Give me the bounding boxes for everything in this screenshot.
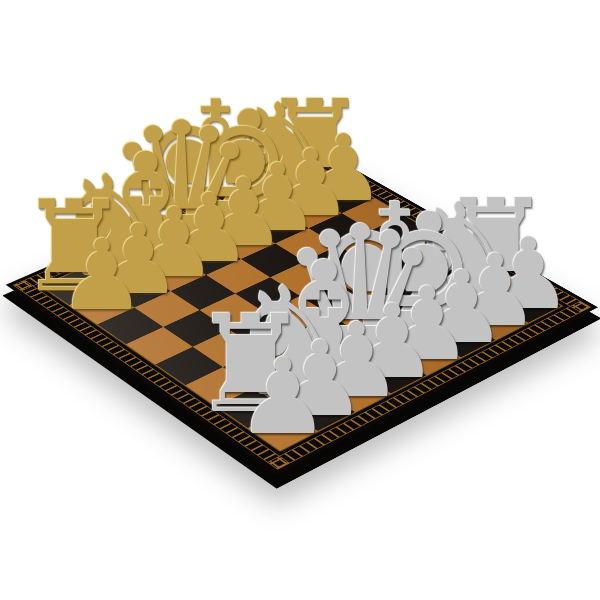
silver-pawn[interactable]: ♟: [236, 344, 330, 449]
board-square[interactable]: [126, 327, 193, 364]
gold-pawn[interactable]: ♟: [58, 227, 145, 324]
pieces-layer: ♜♞♝♛♚♝♞♜♟♟♟♟♟♟♟♟♜♞♝♛♚♝♞♜♟♟♟♟♟♟♟♟: [0, 0, 600, 600]
product-photo-scene: ♜♞♝♛♚♝♞♜♟♟♟♟♟♟♟♟♜♞♝♛♚♝♞♜♟♟♟♟♟♟♟♟: [0, 0, 600, 600]
